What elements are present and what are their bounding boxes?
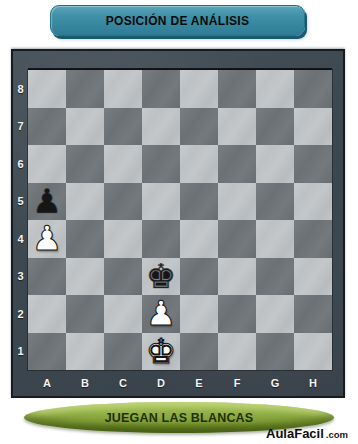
square-c1[interactable] bbox=[104, 333, 142, 371]
file-label-h: H bbox=[294, 370, 332, 396]
square-e7[interactable] bbox=[180, 108, 218, 146]
file-label-a: A bbox=[28, 370, 66, 396]
rank-label-8: 8 bbox=[13, 70, 28, 108]
chess-board[interactable]: ♟♟♚♟♚ bbox=[28, 70, 332, 370]
square-c7[interactable] bbox=[104, 108, 142, 146]
white-pawn-icon[interactable]: ♟ bbox=[146, 295, 176, 332]
square-d5[interactable] bbox=[142, 183, 180, 221]
title-banner: POSICIÓN DE ANÁLISIS bbox=[50, 5, 305, 36]
square-h8[interactable] bbox=[294, 70, 332, 108]
square-h6[interactable] bbox=[294, 145, 332, 183]
analysis-diagram-page: POSICIÓN DE ANÁLISIS 87654321 ♟♟♚♟♚ ABCD… bbox=[0, 0, 358, 444]
square-d1[interactable]: ♚ bbox=[142, 333, 180, 371]
file-label-g: G bbox=[256, 370, 294, 396]
rank-label-4: 4 bbox=[13, 220, 28, 258]
square-e8[interactable] bbox=[180, 70, 218, 108]
square-h4[interactable] bbox=[294, 220, 332, 258]
file-label-f: F bbox=[218, 370, 256, 396]
square-d3[interactable]: ♚ bbox=[142, 258, 180, 296]
square-b1[interactable] bbox=[66, 333, 104, 371]
chess-board-frame: 87654321 ♟♟♚♟♚ ABCDEFGH bbox=[11, 49, 345, 398]
square-h3[interactable] bbox=[294, 258, 332, 296]
square-g5[interactable] bbox=[256, 183, 294, 221]
square-a2[interactable] bbox=[28, 295, 66, 333]
square-e1[interactable] bbox=[180, 333, 218, 371]
black-pawn-icon[interactable]: ♟ bbox=[32, 183, 62, 220]
square-g7[interactable] bbox=[256, 108, 294, 146]
white-pawn-icon[interactable]: ♟ bbox=[32, 220, 62, 257]
square-a5[interactable]: ♟ bbox=[28, 183, 66, 221]
square-h2[interactable] bbox=[294, 295, 332, 333]
file-label-c: C bbox=[104, 370, 142, 396]
rank-label-1: 1 bbox=[13, 333, 28, 371]
side-to-move-label: JUEGAN LAS BLANCAS bbox=[105, 411, 254, 425]
square-f3[interactable] bbox=[218, 258, 256, 296]
square-c8[interactable] bbox=[104, 70, 142, 108]
file-label-e: E bbox=[180, 370, 218, 396]
square-d2[interactable]: ♟ bbox=[142, 295, 180, 333]
square-f5[interactable] bbox=[218, 183, 256, 221]
square-c2[interactable] bbox=[104, 295, 142, 333]
square-g8[interactable] bbox=[256, 70, 294, 108]
square-a8[interactable] bbox=[28, 70, 66, 108]
rank-labels: 87654321 bbox=[13, 70, 28, 370]
square-f8[interactable] bbox=[218, 70, 256, 108]
square-h7[interactable] bbox=[294, 108, 332, 146]
square-d6[interactable] bbox=[142, 145, 180, 183]
brand-suffix: .com bbox=[326, 429, 348, 440]
square-c6[interactable] bbox=[104, 145, 142, 183]
file-labels: ABCDEFGH bbox=[28, 370, 332, 396]
square-c4[interactable] bbox=[104, 220, 142, 258]
square-f6[interactable] bbox=[218, 145, 256, 183]
rank-label-3: 3 bbox=[13, 258, 28, 296]
square-b8[interactable] bbox=[66, 70, 104, 108]
square-d8[interactable] bbox=[142, 70, 180, 108]
square-f4[interactable] bbox=[218, 220, 256, 258]
square-g2[interactable] bbox=[256, 295, 294, 333]
square-e5[interactable] bbox=[180, 183, 218, 221]
rank-label-6: 6 bbox=[13, 145, 28, 183]
black-king-icon[interactable]: ♚ bbox=[146, 258, 176, 295]
square-a6[interactable] bbox=[28, 145, 66, 183]
square-b3[interactable] bbox=[66, 258, 104, 296]
square-a4[interactable]: ♟ bbox=[28, 220, 66, 258]
square-e2[interactable] bbox=[180, 295, 218, 333]
square-b2[interactable] bbox=[66, 295, 104, 333]
square-g6[interactable] bbox=[256, 145, 294, 183]
square-f7[interactable] bbox=[218, 108, 256, 146]
square-h1[interactable] bbox=[294, 333, 332, 371]
square-a1[interactable] bbox=[28, 333, 66, 371]
square-a7[interactable] bbox=[28, 108, 66, 146]
square-d7[interactable] bbox=[142, 108, 180, 146]
brand-name: AulaFacil bbox=[266, 426, 324, 441]
rank-label-7: 7 bbox=[13, 108, 28, 146]
brand-watermark: AulaFacil .com bbox=[266, 426, 348, 442]
square-f1[interactable] bbox=[218, 333, 256, 371]
square-c5[interactable] bbox=[104, 183, 142, 221]
square-b6[interactable] bbox=[66, 145, 104, 183]
square-b4[interactable] bbox=[66, 220, 104, 258]
page-title: POSICIÓN DE ANÁLISIS bbox=[106, 14, 250, 28]
square-f2[interactable] bbox=[218, 295, 256, 333]
square-g3[interactable] bbox=[256, 258, 294, 296]
file-label-d: D bbox=[142, 370, 180, 396]
square-b7[interactable] bbox=[66, 108, 104, 146]
square-b5[interactable] bbox=[66, 183, 104, 221]
square-h5[interactable] bbox=[294, 183, 332, 221]
square-e3[interactable] bbox=[180, 258, 218, 296]
file-label-b: B bbox=[66, 370, 104, 396]
square-a3[interactable] bbox=[28, 258, 66, 296]
square-g4[interactable] bbox=[256, 220, 294, 258]
square-c3[interactable] bbox=[104, 258, 142, 296]
white-king-icon[interactable]: ♚ bbox=[146, 333, 176, 370]
square-e4[interactable] bbox=[180, 220, 218, 258]
rank-label-2: 2 bbox=[13, 295, 28, 333]
square-e6[interactable] bbox=[180, 145, 218, 183]
square-g1[interactable] bbox=[256, 333, 294, 371]
square-d4[interactable] bbox=[142, 220, 180, 258]
rank-label-5: 5 bbox=[13, 183, 28, 221]
